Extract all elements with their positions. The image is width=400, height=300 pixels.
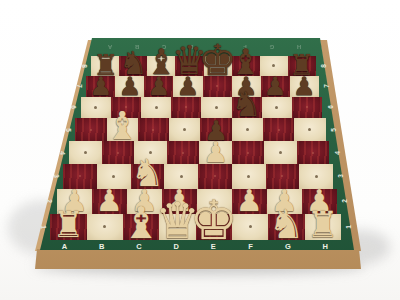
piece-white-pawn-b2[interactable]: ♟ [96, 187, 123, 217]
piece-white-king-e1[interactable]: ♚ [190, 193, 239, 247]
piece-white-knight-g1[interactable]: ♞ [268, 204, 304, 244]
piece-black-pawn-a7[interactable]: ♟ [89, 74, 112, 99]
piece-black-pawn-g7[interactable]: ♟ [264, 74, 287, 99]
piece-white-bishop-b5[interactable]: ♝ [105, 107, 140, 146]
piece-white-pawn-e4[interactable]: ♟ [203, 139, 228, 167]
piece-white-rook-a1[interactable]: ♜ [52, 208, 84, 244]
piece-white-pawn-f2[interactable]: ♟ [236, 187, 263, 217]
piece-black-pawn-h7[interactable]: ♟ [293, 74, 316, 99]
piece-black-pawn-c7[interactable]: ♟ [148, 74, 171, 99]
piece-black-knight-f6[interactable]: ♞ [232, 88, 262, 122]
piece-white-rook-h1[interactable]: ♜ [307, 208, 339, 244]
chess-set-photo: ABCDEFGHABCDEFGH1122334455667788 ♜♞♝♛♚♝♜… [0, 0, 400, 300]
pieces-layer: ♜♞♝♛♚♝♜♟♟♟♟♟♟♟♞♟♝♟♞♟♟♟♟♟♟♟♜♝♛♚♞♜ [0, 0, 400, 300]
piece-black-pawn-b7[interactable]: ♟ [118, 74, 141, 99]
piece-black-pawn-d7[interactable]: ♟ [177, 74, 200, 99]
